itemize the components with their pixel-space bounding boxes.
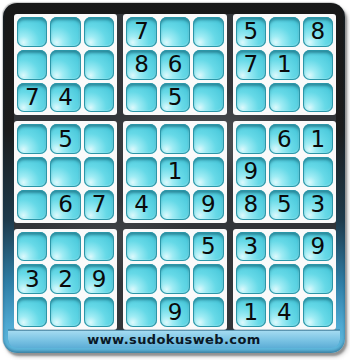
cell-r2c6[interactable] [193, 50, 223, 80]
cell-r3c6[interactable] [193, 83, 223, 113]
cell-r9c4[interactable] [126, 297, 156, 327]
cell-r4c6[interactable] [193, 124, 223, 154]
cell-r2c8[interactable]: 1 [269, 50, 299, 80]
cell-r4c3[interactable] [84, 124, 114, 154]
cell-r3c8[interactable] [269, 83, 299, 113]
cell-r9c3[interactable] [84, 297, 114, 327]
box-1: 74 [14, 14, 117, 115]
box-8: 59 [123, 229, 226, 330]
cell-r4c5[interactable] [160, 124, 190, 154]
cell-r2c2[interactable] [50, 50, 80, 80]
cell-r9c9[interactable] [303, 297, 333, 327]
cell-r4c1[interactable] [17, 124, 47, 154]
cell-r9c7[interactable]: 1 [236, 297, 266, 327]
cell-r7c4[interactable] [126, 232, 156, 262]
cell-r1c6[interactable] [193, 17, 223, 47]
cell-r1c2[interactable] [50, 17, 80, 47]
cell-r7c6[interactable]: 5 [193, 232, 223, 262]
cell-r3c7[interactable] [236, 83, 266, 113]
cell-r5c7[interactable]: 9 [236, 157, 266, 187]
cell-r1c5[interactable] [160, 17, 190, 47]
cell-r1c9[interactable]: 8 [303, 17, 333, 47]
cell-r8c1[interactable]: 3 [17, 264, 47, 294]
box-6: 619853 [233, 121, 336, 222]
cell-r5c6[interactable] [193, 157, 223, 187]
website-url[interactable]: www.sudokusweb.com [87, 332, 260, 347]
cell-r3c5[interactable]: 5 [160, 83, 190, 113]
cell-r4c8[interactable]: 6 [269, 124, 299, 154]
cell-r6c2[interactable]: 6 [50, 190, 80, 220]
cell-r5c5[interactable]: 1 [160, 157, 190, 187]
cell-r9c1[interactable] [17, 297, 47, 327]
cell-r5c3[interactable] [84, 157, 114, 187]
cell-r1c3[interactable] [84, 17, 114, 47]
box-9: 3914 [233, 229, 336, 330]
cell-r7c3[interactable] [84, 232, 114, 262]
cell-r8c7[interactable] [236, 264, 266, 294]
box-2: 7865 [123, 14, 226, 115]
cell-r8c6[interactable] [193, 264, 223, 294]
cell-r2c5[interactable]: 6 [160, 50, 190, 80]
cell-r6c4[interactable]: 4 [126, 190, 156, 220]
cell-r8c9[interactable] [303, 264, 333, 294]
cell-r7c7[interactable]: 3 [236, 232, 266, 262]
website-bar: www.sudokusweb.com [8, 330, 340, 348]
cell-r1c7[interactable]: 5 [236, 17, 266, 47]
cell-r8c3[interactable]: 9 [84, 264, 114, 294]
cell-r9c8[interactable]: 4 [269, 297, 299, 327]
sudoku-page: 7478655871567149619853329593914 www.sudo… [0, 0, 350, 360]
cell-r5c8[interactable] [269, 157, 299, 187]
cell-r1c8[interactable] [269, 17, 299, 47]
cell-r6c9[interactable]: 3 [303, 190, 333, 220]
cell-r7c9[interactable]: 9 [303, 232, 333, 262]
cell-r3c4[interactable] [126, 83, 156, 113]
cell-r7c8[interactable] [269, 232, 299, 262]
cell-r4c2[interactable]: 5 [50, 124, 80, 154]
cell-r5c9[interactable] [303, 157, 333, 187]
cell-r9c2[interactable] [50, 297, 80, 327]
cell-r3c2[interactable]: 4 [50, 83, 80, 113]
cell-r3c9[interactable] [303, 83, 333, 113]
cell-r7c2[interactable] [50, 232, 80, 262]
cell-r5c1[interactable] [17, 157, 47, 187]
cell-r4c7[interactable] [236, 124, 266, 154]
sudoku-grid: 7478655871567149619853329593914 [14, 14, 336, 330]
cell-r1c1[interactable] [17, 17, 47, 47]
cell-r2c3[interactable] [84, 50, 114, 80]
cell-r8c2[interactable]: 2 [50, 264, 80, 294]
cell-r4c4[interactable] [126, 124, 156, 154]
box-5: 149 [123, 121, 226, 222]
box-3: 5871 [233, 14, 336, 115]
cell-r2c4[interactable]: 8 [126, 50, 156, 80]
cell-r5c2[interactable] [50, 157, 80, 187]
cell-r6c3[interactable]: 7 [84, 190, 114, 220]
cell-r8c8[interactable] [269, 264, 299, 294]
cell-r7c5[interactable] [160, 232, 190, 262]
cell-r4c9[interactable]: 1 [303, 124, 333, 154]
cell-r9c6[interactable] [193, 297, 223, 327]
cell-r6c5[interactable] [160, 190, 190, 220]
cell-r5c4[interactable] [126, 157, 156, 187]
cell-r2c1[interactable] [17, 50, 47, 80]
cell-r9c5[interactable]: 9 [160, 297, 190, 327]
cell-r1c4[interactable]: 7 [126, 17, 156, 47]
cell-r2c9[interactable] [303, 50, 333, 80]
cell-r7c1[interactable] [17, 232, 47, 262]
cell-r6c7[interactable]: 8 [236, 190, 266, 220]
cell-r6c1[interactable] [17, 190, 47, 220]
cell-r3c1[interactable]: 7 [17, 83, 47, 113]
box-4: 567 [14, 121, 117, 222]
cell-r2c7[interactable]: 7 [236, 50, 266, 80]
box-7: 329 [14, 229, 117, 330]
cell-r8c4[interactable] [126, 264, 156, 294]
cell-r8c5[interactable] [160, 264, 190, 294]
cell-r6c8[interactable]: 5 [269, 190, 299, 220]
board-frame: 7478655871567149619853329593914 www.sudo… [3, 3, 345, 353]
cell-r3c3[interactable] [84, 83, 114, 113]
cell-r6c6[interactable]: 9 [193, 190, 223, 220]
